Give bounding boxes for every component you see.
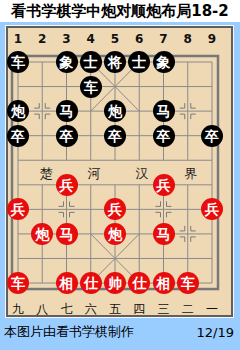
piece-red-马: 马: [153, 223, 175, 245]
piece-black-炮: 炮: [7, 100, 29, 122]
piece-black-马: 马: [56, 100, 78, 122]
piece-black-卒: 卒: [153, 125, 175, 147]
piece-red-兵: 兵: [153, 174, 175, 196]
river-text: 界: [185, 166, 198, 179]
file-label-bottom-2: 八: [36, 303, 48, 315]
piece-red-车: 车: [7, 272, 29, 294]
file-label-top-2: 2: [38, 33, 46, 45]
river-text: 汉: [136, 166, 149, 179]
piece-red-兵: 兵: [56, 174, 78, 196]
piece-black-卒: 卒: [7, 125, 29, 147]
file-label-top-5: 5: [111, 33, 119, 45]
board: 123456789九八七六五四三二一楚河汉界车象士将士象车炮马炮马卒卒卒卒卒兵兵…: [6, 26, 233, 317]
piece-black-将: 将: [104, 51, 126, 73]
piece-black-卒: 卒: [104, 125, 126, 147]
piece-black-象: 象: [56, 51, 78, 73]
piece-red-炮: 炮: [31, 223, 53, 245]
page-title: 看书学棋学中炮对顺炮布局18-2: [0, 0, 240, 22]
piece-black-马: 马: [153, 100, 175, 122]
piece-red-仕: 仕: [80, 272, 102, 294]
river-text: 楚: [40, 166, 53, 179]
file-label-bottom-9: 一: [206, 303, 218, 315]
file-label-top-7: 7: [159, 33, 167, 45]
file-label-bottom-4: 六: [85, 303, 97, 315]
file-label-top-9: 9: [208, 33, 216, 45]
river-text: 河: [88, 166, 101, 179]
piece-black-士: 士: [80, 51, 102, 73]
piece-black-车: 车: [7, 51, 29, 73]
board-panel: 123456789九八七六五四三二一楚河汉界车象士将士象车炮马炮马卒卒卒卒卒兵兵…: [6, 26, 233, 317]
file-label-top-3: 3: [62, 33, 70, 45]
file-label-top-6: 6: [135, 33, 143, 45]
piece-black-象: 象: [153, 51, 175, 73]
file-label-bottom-6: 四: [133, 303, 145, 315]
page-indicator: 12/19: [197, 325, 234, 340]
footer-credit: 本图片由看书学棋制作: [4, 323, 134, 341]
file-label-bottom-1: 九: [12, 303, 24, 315]
piece-red-帅: 帅: [104, 272, 126, 294]
file-label-top-8: 8: [184, 33, 192, 45]
file-label-top-1: 1: [14, 33, 22, 45]
file-label-bottom-5: 五: [109, 303, 121, 315]
piece-red-相: 相: [56, 272, 78, 294]
file-label-bottom-8: 二: [182, 303, 194, 315]
file-label-bottom-7: 三: [158, 303, 170, 315]
piece-red-马: 马: [56, 223, 78, 245]
file-label-bottom-3: 七: [61, 303, 73, 315]
piece-black-卒: 卒: [201, 125, 223, 147]
file-label-top-4: 4: [87, 33, 95, 45]
footer: 本图片由看书学棋制作 12/19: [0, 322, 240, 342]
piece-black-炮: 炮: [104, 100, 126, 122]
piece-black-车: 车: [80, 76, 102, 98]
piece-red-车: 车: [177, 272, 199, 294]
piece-red-炮: 炮: [104, 223, 126, 245]
piece-red-相: 相: [153, 272, 175, 294]
piece-black-卒: 卒: [56, 125, 78, 147]
